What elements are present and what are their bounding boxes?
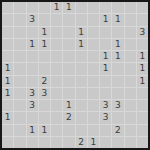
cell-r4c4[interactable]	[51, 51, 62, 62]
cell-r5c3[interactable]	[39, 63, 50, 74]
cell-r8c4[interactable]	[51, 100, 62, 111]
cell-r10c7[interactable]	[88, 125, 99, 136]
cell-r9c2[interactable]	[27, 112, 38, 123]
cell-r1c2[interactable]: 3	[27, 14, 38, 25]
cell-r9c6[interactable]	[76, 112, 87, 123]
cell-r5c4[interactable]	[51, 63, 62, 74]
cell-r0c8[interactable]	[100, 2, 111, 13]
cell-r7c3[interactable]: 3	[39, 88, 50, 99]
cell-r5c0[interactable]: 1	[2, 63, 13, 74]
cell-r11c0[interactable]	[2, 137, 13, 148]
cell-r0c5[interactable]: 1	[63, 2, 74, 13]
cell-r6c0[interactable]: 1	[2, 76, 13, 87]
cell-r6c2[interactable]	[27, 76, 38, 87]
cell-r3c0[interactable]	[2, 39, 13, 50]
cell-r11c8[interactable]	[100, 137, 111, 148]
cell-r10c2[interactable]: 1	[27, 125, 38, 136]
cell-r9c3[interactable]	[39, 112, 50, 123]
cell-r0c3[interactable]	[39, 2, 50, 13]
cell-r2c3[interactable]: 1	[39, 27, 50, 38]
cell-r6c10[interactable]	[125, 76, 136, 87]
cell-r7c4[interactable]	[51, 88, 62, 99]
cell-r10c8[interactable]	[100, 125, 111, 136]
cell-r1c11[interactable]	[137, 14, 148, 25]
cell-r3c1[interactable]	[14, 39, 25, 50]
cell-r2c11[interactable]: 3	[137, 27, 148, 38]
cell-r11c6[interactable]: 2	[76, 137, 87, 148]
cell-r4c3[interactable]	[39, 51, 50, 62]
cell-r10c4[interactable]	[51, 125, 62, 136]
cell-r1c3[interactable]	[39, 14, 50, 25]
cell-r2c10[interactable]	[125, 27, 136, 38]
cell-r3c9[interactable]: 1	[112, 39, 123, 50]
cell-r8c7[interactable]	[88, 100, 99, 111]
cell-r4c10[interactable]	[125, 51, 136, 62]
cell-r9c4[interactable]	[51, 112, 62, 123]
cell-r1c5[interactable]	[63, 14, 74, 25]
cell-r9c9[interactable]	[112, 112, 123, 123]
cell-r2c4[interactable]	[51, 27, 62, 38]
cell-r11c7[interactable]: 1	[88, 137, 99, 148]
cell-r1c7[interactable]	[88, 14, 99, 25]
cell-r8c11[interactable]	[137, 100, 148, 111]
cell-r6c6[interactable]	[76, 76, 87, 87]
cell-r0c6[interactable]	[76, 2, 87, 13]
cell-r3c7[interactable]	[88, 39, 99, 50]
cell-r0c4[interactable]: 1	[51, 2, 62, 13]
cell-r4c9[interactable]: 1	[112, 51, 123, 62]
cell-r6c1[interactable]	[14, 76, 25, 87]
cell-r4c11[interactable]: 1	[137, 51, 148, 62]
cell-r11c10[interactable]	[125, 137, 136, 148]
cell-r10c0[interactable]	[2, 125, 13, 136]
cell-r4c7[interactable]	[88, 51, 99, 62]
cell-r10c11[interactable]	[137, 125, 148, 136]
cell-r3c5[interactable]	[63, 39, 74, 50]
cell-r2c9[interactable]	[112, 27, 123, 38]
cell-r11c2[interactable]	[27, 137, 38, 148]
cell-r2c1[interactable]	[14, 27, 25, 38]
cell-r7c5[interactable]	[63, 88, 74, 99]
cell-r11c1[interactable]	[14, 137, 25, 148]
cell-r4c1[interactable]	[14, 51, 25, 62]
puzzle-board: 113111131111111111121133313312311221	[0, 0, 150, 150]
cell-r2c2[interactable]	[27, 27, 38, 38]
cell-r2c8[interactable]	[100, 27, 111, 38]
cell-r2c5[interactable]	[63, 27, 74, 38]
cell-r0c0[interactable]	[2, 2, 13, 13]
cell-r7c11[interactable]	[137, 88, 148, 99]
cell-r0c9[interactable]	[112, 2, 123, 13]
cell-r5c9[interactable]	[112, 63, 123, 74]
cell-r4c0[interactable]	[2, 51, 13, 62]
cell-r1c0[interactable]	[2, 14, 13, 25]
cell-r7c0[interactable]: 1	[2, 88, 13, 99]
cell-r5c5[interactable]	[63, 63, 74, 74]
cell-r2c6[interactable]: 1	[76, 27, 87, 38]
cell-r7c9[interactable]	[112, 88, 123, 99]
cell-r8c2[interactable]: 3	[27, 100, 38, 111]
cell-r8c5[interactable]: 1	[63, 100, 74, 111]
cell-r5c1[interactable]	[14, 63, 25, 74]
cell-r11c3[interactable]	[39, 137, 50, 148]
cell-r8c3[interactable]	[39, 100, 50, 111]
cell-r11c4[interactable]	[51, 137, 62, 148]
cell-r5c11[interactable]: 1	[137, 63, 148, 74]
cell-r6c4[interactable]	[51, 76, 62, 87]
cell-r6c8[interactable]	[100, 76, 111, 87]
cell-r0c10[interactable]	[125, 2, 136, 13]
cell-r4c2[interactable]	[27, 51, 38, 62]
cell-r9c0[interactable]: 1	[2, 112, 13, 123]
cell-r1c8[interactable]: 1	[100, 14, 111, 25]
cell-r7c10[interactable]	[125, 88, 136, 99]
cell-r5c7[interactable]	[88, 63, 99, 74]
cell-r11c9[interactable]	[112, 137, 123, 148]
cell-r3c8[interactable]	[100, 39, 111, 50]
cell-r9c11[interactable]	[137, 112, 148, 123]
cell-r0c11[interactable]	[137, 2, 148, 13]
cell-r11c11[interactable]	[137, 137, 148, 148]
cell-r4c8[interactable]: 1	[100, 51, 111, 62]
cell-r3c2[interactable]: 1	[27, 39, 38, 50]
cell-r1c4[interactable]	[51, 14, 62, 25]
cell-r6c3[interactable]: 2	[39, 76, 50, 87]
cell-r8c0[interactable]	[2, 100, 13, 111]
cell-r8c10[interactable]	[125, 100, 136, 111]
cell-r7c1[interactable]	[14, 88, 25, 99]
cell-r10c1[interactable]	[14, 125, 25, 136]
cell-r10c5[interactable]	[63, 125, 74, 136]
cell-r8c9[interactable]: 3	[112, 100, 123, 111]
cell-r10c10[interactable]	[125, 125, 136, 136]
cell-r2c0[interactable]	[2, 27, 13, 38]
cell-r10c9[interactable]: 2	[112, 125, 123, 136]
cell-r1c6[interactable]	[76, 14, 87, 25]
cell-r3c4[interactable]	[51, 39, 62, 50]
cell-r1c1[interactable]	[14, 14, 25, 25]
cell-r10c6[interactable]	[76, 125, 87, 136]
cell-r11c5[interactable]	[63, 137, 74, 148]
cell-r4c6[interactable]	[76, 51, 87, 62]
cell-r0c2[interactable]	[27, 2, 38, 13]
cell-r8c1[interactable]	[14, 100, 25, 111]
cell-r9c10[interactable]	[125, 112, 136, 123]
cell-r7c6[interactable]	[76, 88, 87, 99]
cell-r0c1[interactable]	[14, 2, 25, 13]
cell-r9c8[interactable]: 3	[100, 112, 111, 123]
cell-r3c11[interactable]	[137, 39, 148, 50]
cell-r5c10[interactable]	[125, 63, 136, 74]
cell-r0c7[interactable]	[88, 2, 99, 13]
cell-r5c8[interactable]: 1	[100, 63, 111, 74]
cell-r7c7[interactable]	[88, 88, 99, 99]
cell-r5c6[interactable]	[76, 63, 87, 74]
cell-r4c5[interactable]	[63, 51, 74, 62]
cell-r7c8[interactable]	[100, 88, 111, 99]
cell-r8c6[interactable]	[76, 100, 87, 111]
cell-r3c10[interactable]	[125, 39, 136, 50]
cell-r9c5[interactable]: 2	[63, 112, 74, 123]
cell-r1c10[interactable]	[125, 14, 136, 25]
cell-r1c9[interactable]: 1	[112, 14, 123, 25]
cell-r5c2[interactable]	[27, 63, 38, 74]
cell-r6c9[interactable]	[112, 76, 123, 87]
cell-r9c1[interactable]	[14, 112, 25, 123]
cell-r6c5[interactable]	[63, 76, 74, 87]
cell-r9c7[interactable]	[88, 112, 99, 123]
cell-r10c3[interactable]: 1	[39, 125, 50, 136]
cell-r7c2[interactable]: 3	[27, 88, 38, 99]
cell-r6c11[interactable]: 1	[137, 76, 148, 87]
cell-r2c7[interactable]	[88, 27, 99, 38]
cell-r6c7[interactable]	[88, 76, 99, 87]
cell-r3c6[interactable]: 1	[76, 39, 87, 50]
cell-r3c3[interactable]: 1	[39, 39, 50, 50]
cell-r8c8[interactable]: 3	[100, 100, 111, 111]
